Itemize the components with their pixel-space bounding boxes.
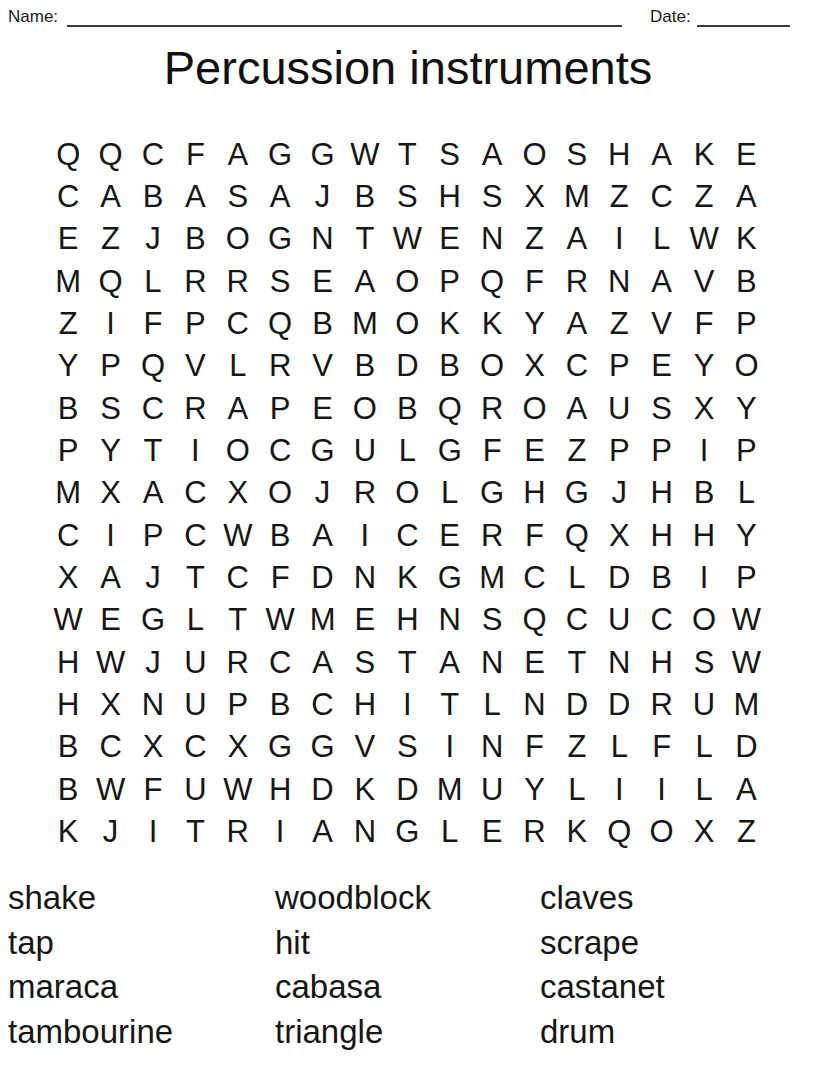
grid-cell: H: [47, 641, 89, 683]
grid-cell: C: [174, 514, 216, 556]
grid-cell: J: [301, 175, 343, 217]
grid-cell: Y: [513, 302, 555, 344]
grid-cell: V: [301, 345, 343, 387]
grid-cell: X: [217, 472, 259, 514]
grid-cell: J: [89, 811, 131, 853]
grid-cell: R: [174, 260, 216, 302]
grid-cell: F: [513, 514, 555, 556]
grid-cell: G: [301, 133, 343, 175]
grid-cell: A: [471, 133, 513, 175]
grid-cell: L: [640, 218, 682, 260]
grid-cell: P: [598, 429, 640, 471]
grid-cell: M: [429, 768, 471, 810]
grid-cell: X: [513, 175, 555, 217]
grid-cell: B: [683, 472, 725, 514]
grid-cell: R: [471, 387, 513, 429]
grid-cell: A: [217, 133, 259, 175]
grid-cell: L: [429, 811, 471, 853]
grid-cell: B: [640, 556, 682, 598]
grid-cell: J: [598, 472, 640, 514]
grid-cell: Q: [259, 302, 301, 344]
grid-cell: A: [556, 302, 598, 344]
date-fill-line: [697, 4, 790, 27]
grid-cell: G: [259, 726, 301, 768]
grid-cell: H: [259, 768, 301, 810]
grid-cell: F: [640, 726, 682, 768]
grid-cell: R: [174, 387, 216, 429]
grid-cell: B: [301, 302, 343, 344]
grid-cell: K: [429, 302, 471, 344]
grid-cell: N: [132, 683, 174, 725]
grid-cell: R: [344, 472, 386, 514]
grid-cell: U: [598, 387, 640, 429]
grid-cell: E: [301, 387, 343, 429]
grid-cell: B: [344, 175, 386, 217]
grid-cell: P: [174, 302, 216, 344]
puzzle-title: Percussion instruments: [0, 40, 816, 95]
grid-cell: I: [344, 514, 386, 556]
grid-cell: V: [344, 726, 386, 768]
grid-cell: M: [344, 302, 386, 344]
grid-cell: H: [386, 599, 428, 641]
grid-cell: W: [89, 768, 131, 810]
grid-cell: I: [89, 514, 131, 556]
grid-cell: X: [683, 811, 725, 853]
grid-cell: L: [217, 345, 259, 387]
grid-cell: M: [47, 260, 89, 302]
grid-cell: A: [89, 556, 131, 598]
grid-cell: C: [513, 556, 555, 598]
word-list-item: tambourine: [8, 1010, 173, 1055]
grid-cell: C: [217, 302, 259, 344]
grid-cell: K: [47, 811, 89, 853]
word-list-item: scrape: [540, 921, 665, 966]
worksheet-page: Name: Date: Percussion instruments QQCFA…: [0, 0, 816, 1083]
grid-cell: W: [259, 599, 301, 641]
grid-cell: E: [89, 599, 131, 641]
grid-cell: D: [598, 556, 640, 598]
grid-cell: U: [344, 429, 386, 471]
grid-cell: I: [89, 302, 131, 344]
grid-cell: L: [174, 599, 216, 641]
grid-cell: C: [301, 683, 343, 725]
grid-cell: Q: [89, 133, 131, 175]
grid-cell: A: [259, 175, 301, 217]
grid-cell: P: [598, 345, 640, 387]
grid-cell: F: [132, 302, 174, 344]
grid-cell: J: [132, 556, 174, 598]
grid-cell: T: [174, 811, 216, 853]
grid-cell: W: [386, 218, 428, 260]
grid-cell: T: [429, 683, 471, 725]
grid-cell: R: [640, 683, 682, 725]
grid-cell: B: [132, 175, 174, 217]
grid-cell: A: [217, 387, 259, 429]
word-list-column: clavesscrapecastanetdrum: [540, 876, 665, 1054]
grid-cell: X: [89, 472, 131, 514]
grid-cell: A: [301, 811, 343, 853]
grid-cell: Z: [598, 175, 640, 217]
grid-cell: N: [344, 811, 386, 853]
grid-cell: K: [725, 218, 767, 260]
grid-cell: N: [429, 599, 471, 641]
grid-cell: H: [429, 175, 471, 217]
grid-cell: G: [301, 726, 343, 768]
grid-cell: D: [386, 345, 428, 387]
grid-cell: B: [344, 345, 386, 387]
grid-cell: O: [725, 345, 767, 387]
grid-cell: S: [344, 641, 386, 683]
grid-cell: L: [556, 556, 598, 598]
grid-cell: M: [556, 175, 598, 217]
grid-cell: F: [513, 260, 555, 302]
grid-cell: K: [683, 133, 725, 175]
grid-cell: A: [174, 175, 216, 217]
grid-cell: Q: [132, 345, 174, 387]
grid-cell: E: [429, 514, 471, 556]
grid-cell: C: [89, 726, 131, 768]
grid-cell: Z: [725, 811, 767, 853]
grid-cell: N: [513, 683, 555, 725]
grid-cell: O: [683, 599, 725, 641]
grid-cell: W: [217, 514, 259, 556]
grid-cell: B: [47, 387, 89, 429]
grid-cell: Z: [89, 218, 131, 260]
grid-cell: A: [132, 472, 174, 514]
grid-cell: S: [556, 133, 598, 175]
grid-cell: C: [640, 599, 682, 641]
grid-cell: F: [683, 302, 725, 344]
grid-cell: B: [259, 683, 301, 725]
grid-cell: J: [301, 472, 343, 514]
word-list-item: drum: [540, 1010, 665, 1055]
grid-cell: T: [386, 641, 428, 683]
grid-cell: Z: [598, 302, 640, 344]
grid-cell: S: [386, 726, 428, 768]
grid-cell: Q: [429, 387, 471, 429]
grid-cell: W: [217, 768, 259, 810]
grid-cell: Z: [556, 429, 598, 471]
grid-cell: N: [301, 218, 343, 260]
grid-cell: Y: [725, 387, 767, 429]
grid-cell: H: [344, 683, 386, 725]
grid-cell: Z: [556, 726, 598, 768]
grid-cell: I: [683, 429, 725, 471]
grid-cell: U: [174, 641, 216, 683]
grid-cell: Z: [47, 302, 89, 344]
grid-cell: X: [513, 345, 555, 387]
word-list-column: shaketapmaracatambourine: [8, 876, 173, 1054]
grid-cell: A: [89, 175, 131, 217]
grid-cell: U: [174, 683, 216, 725]
grid-cell: F: [513, 726, 555, 768]
grid-cell: F: [471, 429, 513, 471]
grid-cell: D: [386, 768, 428, 810]
grid-cell: Y: [89, 429, 131, 471]
grid-cell: E: [725, 133, 767, 175]
grid-cell: A: [556, 387, 598, 429]
grid-cell: I: [598, 218, 640, 260]
grid-cell: O: [217, 429, 259, 471]
grid-cell: E: [429, 218, 471, 260]
grid-cell: G: [471, 472, 513, 514]
grid-cell: I: [640, 768, 682, 810]
grid-cell: L: [132, 260, 174, 302]
grid-cell: C: [259, 429, 301, 471]
grid-cell: H: [640, 641, 682, 683]
grid-cell: A: [640, 260, 682, 302]
grid-cell: R: [556, 260, 598, 302]
grid-cell: W: [89, 641, 131, 683]
grid-cell: K: [556, 811, 598, 853]
grid-cell: C: [259, 641, 301, 683]
grid-cell: H: [513, 472, 555, 514]
grid-cell: C: [556, 599, 598, 641]
grid-cell: H: [640, 472, 682, 514]
grid-cell: P: [132, 514, 174, 556]
grid-cell: C: [217, 556, 259, 598]
grid-cell: L: [471, 683, 513, 725]
grid-cell: G: [386, 811, 428, 853]
grid-cell: N: [471, 218, 513, 260]
grid-cell: T: [344, 218, 386, 260]
grid-cell: A: [556, 218, 598, 260]
grid-cell: G: [429, 429, 471, 471]
grid-cell: Q: [471, 260, 513, 302]
grid-cell: E: [471, 811, 513, 853]
grid-cell: R: [217, 811, 259, 853]
grid-cell: O: [640, 811, 682, 853]
grid-cell: M: [47, 472, 89, 514]
grid-cell: K: [386, 556, 428, 598]
grid-cell: A: [429, 641, 471, 683]
grid-cell: S: [259, 260, 301, 302]
grid-cell: P: [725, 302, 767, 344]
word-list-item: woodblock: [275, 876, 431, 921]
grid-cell: T: [556, 641, 598, 683]
grid-cell: M: [471, 556, 513, 598]
grid-cell: H: [47, 683, 89, 725]
date-label: Date:: [650, 7, 691, 27]
grid-cell: B: [47, 768, 89, 810]
grid-cell: T: [174, 556, 216, 598]
grid-cell: N: [344, 556, 386, 598]
grid-cell: W: [725, 641, 767, 683]
grid-cell: Y: [513, 768, 555, 810]
grid-cell: Z: [683, 175, 725, 217]
grid-cell: G: [301, 429, 343, 471]
grid-cell: P: [217, 683, 259, 725]
grid-cell: E: [344, 599, 386, 641]
grid-cell: A: [725, 175, 767, 217]
grid-cell: G: [556, 472, 598, 514]
grid-cell: T: [386, 133, 428, 175]
grid-cell: R: [217, 260, 259, 302]
grid-cell: O: [217, 218, 259, 260]
grid-cell: P: [725, 429, 767, 471]
grid-cell: D: [556, 683, 598, 725]
grid-cell: O: [386, 472, 428, 514]
grid-cell: F: [259, 556, 301, 598]
grid-cell: C: [640, 175, 682, 217]
grid-cell: W: [725, 599, 767, 641]
grid-cell: H: [683, 514, 725, 556]
grid-cell: M: [301, 599, 343, 641]
word-list-item: tap: [8, 921, 173, 966]
grid-cell: Y: [683, 345, 725, 387]
word-list-item: shake: [8, 876, 173, 921]
grid-cell: C: [174, 726, 216, 768]
grid-cell: O: [513, 133, 555, 175]
grid-cell: O: [386, 302, 428, 344]
grid-cell: O: [386, 260, 428, 302]
grid-cell: Z: [513, 218, 555, 260]
grid-cell: P: [429, 260, 471, 302]
grid-cell: H: [598, 133, 640, 175]
grid-cell: N: [598, 260, 640, 302]
grid-cell: U: [683, 683, 725, 725]
grid-cell: A: [725, 768, 767, 810]
grid-cell: X: [132, 726, 174, 768]
grid-cell: X: [47, 556, 89, 598]
grid-cell: U: [471, 768, 513, 810]
grid-cell: W: [47, 599, 89, 641]
grid-cell: I: [386, 683, 428, 725]
grid-cell: C: [132, 133, 174, 175]
grid-cell: S: [429, 133, 471, 175]
grid-cell: I: [429, 726, 471, 768]
grid-cell: E: [513, 641, 555, 683]
grid-cell: L: [683, 768, 725, 810]
grid-cell: P: [640, 429, 682, 471]
name-fill-line: [67, 4, 622, 27]
grid-cell: N: [471, 726, 513, 768]
grid-cell: I: [174, 429, 216, 471]
grid-cell: A: [640, 133, 682, 175]
grid-cell: P: [259, 387, 301, 429]
grid-cell: R: [259, 345, 301, 387]
grid-cell: P: [89, 345, 131, 387]
grid-cell: P: [47, 429, 89, 471]
grid-cell: N: [471, 641, 513, 683]
grid-cell: S: [471, 599, 513, 641]
grid-cell: S: [683, 641, 725, 683]
grid-cell: R: [217, 641, 259, 683]
grid-cell: A: [344, 260, 386, 302]
grid-cell: C: [386, 514, 428, 556]
grid-cell: I: [132, 811, 174, 853]
grid-cell: B: [259, 514, 301, 556]
grid-cell: Q: [513, 599, 555, 641]
grid-cell: E: [640, 345, 682, 387]
grid-cell: S: [217, 175, 259, 217]
word-list-item: hit: [275, 921, 431, 966]
grid-cell: E: [513, 429, 555, 471]
grid-cell: D: [598, 683, 640, 725]
grid-cell: T: [217, 599, 259, 641]
grid-cell: B: [174, 218, 216, 260]
grid-cell: C: [132, 387, 174, 429]
grid-cell: G: [132, 599, 174, 641]
grid-cell: U: [598, 599, 640, 641]
grid-cell: J: [132, 218, 174, 260]
grid-cell: H: [640, 514, 682, 556]
grid-cell: Q: [89, 260, 131, 302]
name-label: Name:: [8, 7, 58, 27]
grid-cell: L: [556, 768, 598, 810]
grid-cell: D: [725, 726, 767, 768]
grid-cell: F: [132, 768, 174, 810]
word-list-item: claves: [540, 876, 665, 921]
grid-cell: R: [513, 811, 555, 853]
grid-cell: R: [471, 514, 513, 556]
grid-cell: C: [47, 514, 89, 556]
grid-cell: O: [259, 472, 301, 514]
grid-cell: F: [174, 133, 216, 175]
grid-cell: P: [725, 556, 767, 598]
grid-cell: E: [301, 260, 343, 302]
grid-cell: A: [301, 641, 343, 683]
word-list-item: cabasa: [275, 965, 431, 1010]
grid-cell: O: [471, 345, 513, 387]
grid-cell: V: [174, 345, 216, 387]
grid-cell: Y: [47, 345, 89, 387]
grid-cell: G: [259, 218, 301, 260]
word-list-item: castanet: [540, 965, 665, 1010]
grid-cell: S: [640, 387, 682, 429]
grid-cell: U: [174, 768, 216, 810]
grid-cell: G: [259, 133, 301, 175]
grid-cell: O: [513, 387, 555, 429]
grid-cell: L: [598, 726, 640, 768]
word-list-column: woodblockhitcabasatriangle: [275, 876, 431, 1054]
grid-cell: B: [725, 260, 767, 302]
grid-cell: C: [556, 345, 598, 387]
grid-cell: M: [725, 683, 767, 725]
grid-cell: X: [89, 683, 131, 725]
grid-cell: O: [344, 387, 386, 429]
grid-cell: K: [471, 302, 513, 344]
grid-cell: C: [174, 472, 216, 514]
grid-cell: T: [132, 429, 174, 471]
grid-cell: X: [683, 387, 725, 429]
grid-cell: A: [301, 514, 343, 556]
grid-cell: I: [598, 768, 640, 810]
grid-cell: G: [429, 556, 471, 598]
grid-cell: B: [47, 726, 89, 768]
grid-cell: D: [301, 556, 343, 598]
grid-cell: Q: [598, 811, 640, 853]
grid-cell: S: [89, 387, 131, 429]
grid-cell: Q: [47, 133, 89, 175]
grid-cell: K: [344, 768, 386, 810]
grid-cell: Y: [725, 514, 767, 556]
grid-cell: I: [683, 556, 725, 598]
grid-cell: S: [386, 175, 428, 217]
word-list-item: triangle: [275, 1010, 431, 1055]
grid-cell: C: [47, 175, 89, 217]
grid-cell: V: [683, 260, 725, 302]
grid-cell: L: [683, 726, 725, 768]
grid-cell: B: [429, 345, 471, 387]
grid-cell: Q: [556, 514, 598, 556]
grid-cell: J: [132, 641, 174, 683]
grid-cell: W: [344, 133, 386, 175]
grid-cell: V: [640, 302, 682, 344]
grid-cell: L: [386, 429, 428, 471]
word-list-item: maraca: [8, 965, 173, 1010]
grid-cell: L: [725, 472, 767, 514]
